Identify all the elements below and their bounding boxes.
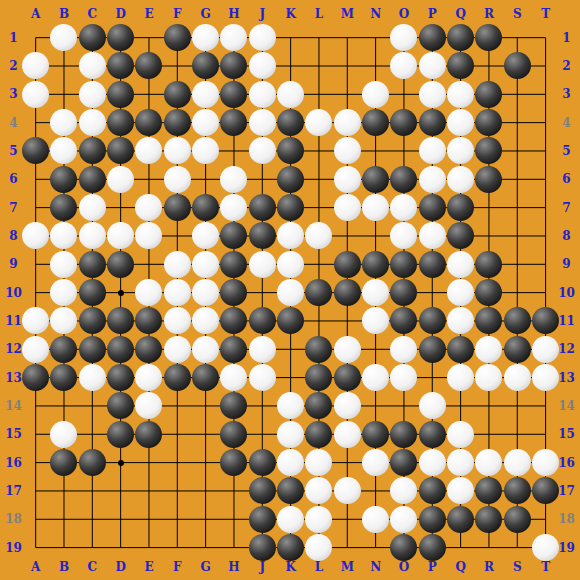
board-cell-A14[interactable] [22,392,50,420]
board-cell-G10[interactable] [191,278,219,306]
board-cell-B8[interactable] [50,222,78,250]
board-cell-T19[interactable] [531,533,559,561]
board-cell-S1[interactable] [503,24,531,52]
board-cell-B13[interactable] [50,363,78,391]
board-cell-B15[interactable] [50,420,78,448]
board-cell-C9[interactable] [78,250,106,278]
board-cell-L6[interactable] [305,165,333,193]
board-cell-D18[interactable] [106,505,134,533]
board-cell-L9[interactable] [305,250,333,278]
board-cell-C13[interactable] [78,363,106,391]
board-cell-N15[interactable] [361,420,389,448]
board-cell-D14[interactable] [106,392,134,420]
board-cell-G17[interactable] [191,477,219,505]
board-cell-H17[interactable] [220,477,248,505]
board-cell-B1[interactable] [50,24,78,52]
board-cell-S14[interactable] [503,392,531,420]
board-cell-H10[interactable] [220,278,248,306]
board-cell-G2[interactable] [191,52,219,80]
board-cell-J7[interactable] [248,193,276,221]
board-cell-N14[interactable] [361,392,389,420]
board-cell-P1[interactable] [418,24,446,52]
board-cell-A13[interactable] [22,363,50,391]
board-cell-E19[interactable] [135,533,163,561]
board-cell-B18[interactable] [50,505,78,533]
board-cell-A2[interactable] [22,52,50,80]
board-cell-L4[interactable] [305,108,333,136]
board-cell-T15[interactable] [531,420,559,448]
board-cell-B16[interactable] [50,448,78,476]
board-cell-D6[interactable] [106,165,134,193]
board-cell-S19[interactable] [503,533,531,561]
board-cell-M3[interactable] [333,80,361,108]
board-cell-P18[interactable] [418,505,446,533]
board-cell-Q9[interactable] [446,250,474,278]
board-cell-Q16[interactable] [446,448,474,476]
board-cell-Q5[interactable] [446,137,474,165]
board-cell-C7[interactable] [78,193,106,221]
board-cell-Q3[interactable] [446,80,474,108]
board-cell-N6[interactable] [361,165,389,193]
board-cell-R2[interactable] [475,52,503,80]
board-cell-K17[interactable] [276,477,304,505]
board-cell-T4[interactable] [531,108,559,136]
board-cell-H13[interactable] [220,363,248,391]
board-cell-F19[interactable] [163,533,191,561]
board-cell-N1[interactable] [361,24,389,52]
board-cell-C11[interactable] [78,307,106,335]
board-cell-T18[interactable] [531,505,559,533]
board-cell-Q7[interactable] [446,193,474,221]
board-cell-F6[interactable] [163,165,191,193]
board-cell-K9[interactable] [276,250,304,278]
board-cell-C10[interactable] [78,278,106,306]
board-cell-J2[interactable] [248,52,276,80]
board-cell-E2[interactable] [135,52,163,80]
board-cell-R3[interactable] [475,80,503,108]
board-cell-T8[interactable] [531,222,559,250]
board-cell-T11[interactable] [531,307,559,335]
board-cell-B12[interactable] [50,335,78,363]
board-cell-S12[interactable] [503,335,531,363]
board-cell-K3[interactable] [276,80,304,108]
board-cell-Q14[interactable] [446,392,474,420]
board-cell-G12[interactable] [191,335,219,363]
board-cell-H4[interactable] [220,108,248,136]
board-cell-E9[interactable] [135,250,163,278]
board-cell-J14[interactable] [248,392,276,420]
board-cell-C1[interactable] [78,24,106,52]
board-cell-L3[interactable] [305,80,333,108]
board-cell-F2[interactable] [163,52,191,80]
board-cell-F12[interactable] [163,335,191,363]
board-cell-C5[interactable] [78,137,106,165]
board-cell-C12[interactable] [78,335,106,363]
board-cell-M10[interactable] [333,278,361,306]
board-cell-J18[interactable] [248,505,276,533]
board-cell-J13[interactable] [248,363,276,391]
board-cell-A10[interactable] [22,278,50,306]
board-cell-T10[interactable] [531,278,559,306]
board-cell-A12[interactable] [22,335,50,363]
board-cell-S18[interactable] [503,505,531,533]
board-cell-H9[interactable] [220,250,248,278]
board-cell-J15[interactable] [248,420,276,448]
board-cell-K1[interactable] [276,24,304,52]
board-cell-G6[interactable] [191,165,219,193]
board-cell-G8[interactable] [191,222,219,250]
board-cell-J11[interactable] [248,307,276,335]
board-cell-F8[interactable] [163,222,191,250]
board-cell-S6[interactable] [503,165,531,193]
board-cell-G15[interactable] [191,420,219,448]
board-cell-E12[interactable] [135,335,163,363]
board-cell-A11[interactable] [22,307,50,335]
board-cell-B14[interactable] [50,392,78,420]
board-cell-M6[interactable] [333,165,361,193]
board-cell-J5[interactable] [248,137,276,165]
board-cell-H14[interactable] [220,392,248,420]
board-cell-E1[interactable] [135,24,163,52]
board-cell-K15[interactable] [276,420,304,448]
board-cell-K13[interactable] [276,363,304,391]
board-cell-J17[interactable] [248,477,276,505]
board-cell-L17[interactable] [305,477,333,505]
board-cell-F5[interactable] [163,137,191,165]
board-cell-C3[interactable] [78,80,106,108]
board-cell-P11[interactable] [418,307,446,335]
board-cell-T12[interactable] [531,335,559,363]
board-cell-M15[interactable] [333,420,361,448]
board-cell-D15[interactable] [106,420,134,448]
board-cell-N4[interactable] [361,108,389,136]
board-cell-O1[interactable] [390,24,418,52]
board-cell-O17[interactable] [390,477,418,505]
board-cell-R7[interactable] [475,193,503,221]
board-cell-T6[interactable] [531,165,559,193]
board-cell-M5[interactable] [333,137,361,165]
board-cell-J9[interactable] [248,250,276,278]
board-cell-E4[interactable] [135,108,163,136]
board-cell-T7[interactable] [531,193,559,221]
board-cell-C18[interactable] [78,505,106,533]
board-cell-Q11[interactable] [446,307,474,335]
board-cell-F9[interactable] [163,250,191,278]
board-cell-P12[interactable] [418,335,446,363]
board-cell-B5[interactable] [50,137,78,165]
board-cell-F15[interactable] [163,420,191,448]
board-cell-E15[interactable] [135,420,163,448]
board-cell-B4[interactable] [50,108,78,136]
board-cell-Q2[interactable] [446,52,474,80]
board-cell-E3[interactable] [135,80,163,108]
board-cell-R6[interactable] [475,165,503,193]
board-cell-M11[interactable] [333,307,361,335]
board-cell-H12[interactable] [220,335,248,363]
board-cell-N5[interactable] [361,137,389,165]
board-cell-A6[interactable] [22,165,50,193]
board-cell-R18[interactable] [475,505,503,533]
board-cell-L5[interactable] [305,137,333,165]
board-cell-H1[interactable] [220,24,248,52]
board-cell-S13[interactable] [503,363,531,391]
board-cell-L15[interactable] [305,420,333,448]
board-cell-F4[interactable] [163,108,191,136]
board-cell-O8[interactable] [390,222,418,250]
board-cell-M8[interactable] [333,222,361,250]
board-cell-A17[interactable] [22,477,50,505]
board-cell-S3[interactable] [503,80,531,108]
board-cell-S16[interactable] [503,448,531,476]
board-cell-P5[interactable] [418,137,446,165]
board-cell-D19[interactable] [106,533,134,561]
board-cell-N11[interactable] [361,307,389,335]
board-cell-E14[interactable] [135,392,163,420]
board-cell-J6[interactable] [248,165,276,193]
board-cell-D8[interactable] [106,222,134,250]
board-cell-O14[interactable] [390,392,418,420]
board-cell-K10[interactable] [276,278,304,306]
board-cell-M9[interactable] [333,250,361,278]
board-cell-M18[interactable] [333,505,361,533]
board-cell-T14[interactable] [531,392,559,420]
board-cell-L19[interactable] [305,533,333,561]
board-cell-J12[interactable] [248,335,276,363]
board-cell-S10[interactable] [503,278,531,306]
board-cell-R19[interactable] [475,533,503,561]
board-cell-N13[interactable] [361,363,389,391]
board-cell-S4[interactable] [503,108,531,136]
board-cell-B3[interactable] [50,80,78,108]
board-cell-Q4[interactable] [446,108,474,136]
board-cell-G3[interactable] [191,80,219,108]
board-cell-P9[interactable] [418,250,446,278]
board-cell-H5[interactable] [220,137,248,165]
board-cell-J16[interactable] [248,448,276,476]
board-cell-K12[interactable] [276,335,304,363]
board-cell-H7[interactable] [220,193,248,221]
board-cell-M16[interactable] [333,448,361,476]
board-cell-N3[interactable] [361,80,389,108]
board-cell-M12[interactable] [333,335,361,363]
board-cell-P15[interactable] [418,420,446,448]
board-cell-K5[interactable] [276,137,304,165]
board-cell-N2[interactable] [361,52,389,80]
board-cell-T13[interactable] [531,363,559,391]
board-cell-L8[interactable] [305,222,333,250]
board-cell-O15[interactable] [390,420,418,448]
board-cell-J4[interactable] [248,108,276,136]
board-cell-N7[interactable] [361,193,389,221]
board-cell-C19[interactable] [78,533,106,561]
board-cell-C2[interactable] [78,52,106,80]
board-cell-R14[interactable] [475,392,503,420]
board-cell-E16[interactable] [135,448,163,476]
board-cell-O4[interactable] [390,108,418,136]
board-cell-A19[interactable] [22,533,50,561]
board-cell-T2[interactable] [531,52,559,80]
board-cell-P17[interactable] [418,477,446,505]
board-cell-O6[interactable] [390,165,418,193]
board-cell-R11[interactable] [475,307,503,335]
board-cell-G9[interactable] [191,250,219,278]
board-cell-N9[interactable] [361,250,389,278]
board-cell-O19[interactable] [390,533,418,561]
board-cell-L11[interactable] [305,307,333,335]
board-cell-E6[interactable] [135,165,163,193]
board-cell-P10[interactable] [418,278,446,306]
board-cell-Q17[interactable] [446,477,474,505]
board-cell-B9[interactable] [50,250,78,278]
board-cell-L12[interactable] [305,335,333,363]
board-cell-G7[interactable] [191,193,219,221]
board-cell-C14[interactable] [78,392,106,420]
board-cell-R15[interactable] [475,420,503,448]
board-cell-L13[interactable] [305,363,333,391]
board-cell-A1[interactable] [22,24,50,52]
board-cell-K2[interactable] [276,52,304,80]
board-cell-A15[interactable] [22,420,50,448]
board-cell-G19[interactable] [191,533,219,561]
board-cell-P7[interactable] [418,193,446,221]
board-cell-F1[interactable] [163,24,191,52]
board-cell-N10[interactable] [361,278,389,306]
board-cell-E18[interactable] [135,505,163,533]
board-cell-G1[interactable] [191,24,219,52]
board-cell-T3[interactable] [531,80,559,108]
board-cell-N8[interactable] [361,222,389,250]
board-cell-D5[interactable] [106,137,134,165]
board-cell-H18[interactable] [220,505,248,533]
board-cell-Q15[interactable] [446,420,474,448]
board-cell-G5[interactable] [191,137,219,165]
board-cell-M17[interactable] [333,477,361,505]
board-cell-D17[interactable] [106,477,134,505]
board-cell-R12[interactable] [475,335,503,363]
board-cell-G18[interactable] [191,505,219,533]
board-cell-M19[interactable] [333,533,361,561]
board-cell-P2[interactable] [418,52,446,80]
board-cell-H11[interactable] [220,307,248,335]
board-cell-T17[interactable] [531,477,559,505]
board-cell-K19[interactable] [276,533,304,561]
board-cell-Q8[interactable] [446,222,474,250]
board-cell-S7[interactable] [503,193,531,221]
board-cell-F17[interactable] [163,477,191,505]
board-cell-J19[interactable] [248,533,276,561]
board-cell-H15[interactable] [220,420,248,448]
board-cell-J3[interactable] [248,80,276,108]
board-cell-R13[interactable] [475,363,503,391]
board-cell-D4[interactable] [106,108,134,136]
board-cell-M13[interactable] [333,363,361,391]
board-cell-O7[interactable] [390,193,418,221]
board-cell-G14[interactable] [191,392,219,420]
board-cell-H16[interactable] [220,448,248,476]
board-cell-P4[interactable] [418,108,446,136]
board-cell-D1[interactable] [106,24,134,52]
board-cell-F11[interactable] [163,307,191,335]
board-cell-B19[interactable] [50,533,78,561]
board-cell-S2[interactable] [503,52,531,80]
board-cell-J8[interactable] [248,222,276,250]
board-cell-T9[interactable] [531,250,559,278]
board-cell-O3[interactable] [390,80,418,108]
board-cell-E13[interactable] [135,363,163,391]
board-cell-C4[interactable] [78,108,106,136]
board-cell-L14[interactable] [305,392,333,420]
board-cell-P6[interactable] [418,165,446,193]
board-cell-M1[interactable] [333,24,361,52]
board-cell-R10[interactable] [475,278,503,306]
board-cell-M14[interactable] [333,392,361,420]
board-cell-S17[interactable] [503,477,531,505]
board-cell-H3[interactable] [220,80,248,108]
board-cell-K4[interactable] [276,108,304,136]
board-cell-L10[interactable] [305,278,333,306]
board-cell-B11[interactable] [50,307,78,335]
board-cell-O5[interactable] [390,137,418,165]
board-cell-M7[interactable] [333,193,361,221]
board-cell-M4[interactable] [333,108,361,136]
board-cell-G16[interactable] [191,448,219,476]
board-cell-O11[interactable] [390,307,418,335]
board-cell-B6[interactable] [50,165,78,193]
board-cell-R1[interactable] [475,24,503,52]
board-cell-N17[interactable] [361,477,389,505]
board-cell-S8[interactable] [503,222,531,250]
board-cell-A9[interactable] [22,250,50,278]
board-cell-S15[interactable] [503,420,531,448]
board-cell-Q6[interactable] [446,165,474,193]
board-cell-R9[interactable] [475,250,503,278]
board-cell-D3[interactable] [106,80,134,108]
board-cell-D11[interactable] [106,307,134,335]
board-cell-N19[interactable] [361,533,389,561]
board-cell-F7[interactable] [163,193,191,221]
board-cell-Q10[interactable] [446,278,474,306]
board-cell-G4[interactable] [191,108,219,136]
board-cell-B2[interactable] [50,52,78,80]
board-cell-R16[interactable] [475,448,503,476]
board-cell-Q12[interactable] [446,335,474,363]
board-cell-E7[interactable] [135,193,163,221]
board-cell-Q13[interactable] [446,363,474,391]
board-cell-N16[interactable] [361,448,389,476]
board-cell-L2[interactable] [305,52,333,80]
board-cell-D2[interactable] [106,52,134,80]
board-cell-R8[interactable] [475,222,503,250]
board-cell-G11[interactable] [191,307,219,335]
board-cell-H6[interactable] [220,165,248,193]
board-cell-C15[interactable] [78,420,106,448]
board-cell-P8[interactable] [418,222,446,250]
board-cell-P14[interactable] [418,392,446,420]
board-cell-M2[interactable] [333,52,361,80]
board-cell-J1[interactable] [248,24,276,52]
board-cell-C17[interactable] [78,477,106,505]
board-cell-A18[interactable] [22,505,50,533]
board-cell-A5[interactable] [22,137,50,165]
board-cell-E10[interactable] [135,278,163,306]
board-cell-H19[interactable] [220,533,248,561]
board-cell-O2[interactable] [390,52,418,80]
board-cell-H2[interactable] [220,52,248,80]
board-cell-F10[interactable] [163,278,191,306]
board-cell-F3[interactable] [163,80,191,108]
board-cell-D10[interactable] [106,278,134,306]
board-cell-O18[interactable] [390,505,418,533]
